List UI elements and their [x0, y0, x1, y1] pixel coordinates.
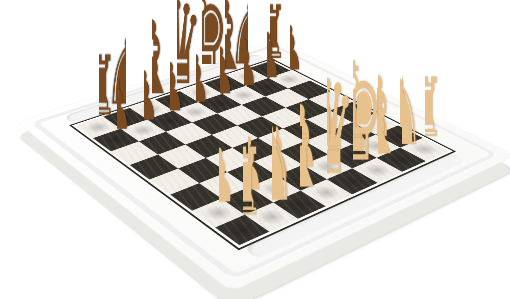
- product-photo: ♜♞♝♛♚♝♞♜♟♟♟♟♟♟♟♟♟♟♟♟♟♟♟♟♜♞♝♛♚♝♞♜: [0, 0, 510, 299]
- chess-board: ♜♞♝♛♚♝♞♜♟♟♟♟♟♟♟♟♟♟♟♟♟♟♟♟♜♞♝♛♚♝♞♜: [16, 39, 510, 292]
